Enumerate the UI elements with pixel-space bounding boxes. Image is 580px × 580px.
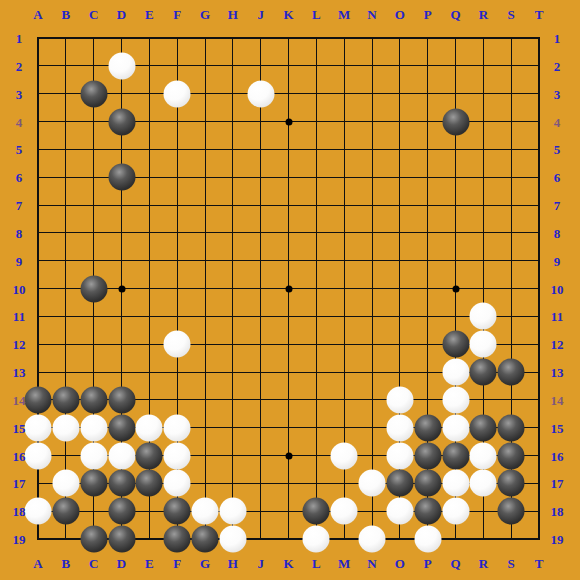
white-stone-A15[interactable] <box>25 414 52 441</box>
column-label-bottom-G: G <box>200 557 210 570</box>
black-stone-S17[interactable] <box>498 470 525 497</box>
row-label-left-2: 2 <box>16 59 23 72</box>
black-stone-C10[interactable] <box>80 275 107 302</box>
row-label-left-16: 16 <box>13 449 26 462</box>
white-stone-L19[interactable] <box>303 526 330 553</box>
column-label-bottom-H: H <box>228 557 238 570</box>
black-stone-E17[interactable] <box>136 470 163 497</box>
white-stone-B15[interactable] <box>52 414 79 441</box>
black-stone-F19[interactable] <box>164 526 191 553</box>
white-stone-Q13[interactable] <box>442 359 469 386</box>
row-label-right-5: 5 <box>554 143 561 156</box>
black-stone-C3[interactable] <box>80 80 107 107</box>
white-stone-F12[interactable] <box>164 331 191 358</box>
black-stone-D14[interactable] <box>108 386 135 413</box>
column-label-top-L: L <box>312 8 321 21</box>
black-stone-S16[interactable] <box>498 442 525 469</box>
column-label-bottom-T: T <box>535 557 544 570</box>
column-label-bottom-P: P <box>424 557 432 570</box>
column-label-bottom-L: L <box>312 557 321 570</box>
black-stone-Q4[interactable] <box>442 108 469 135</box>
grid-line-horizontal <box>37 316 540 317</box>
row-label-right-2: 2 <box>554 59 561 72</box>
row-label-left-13: 13 <box>13 366 26 379</box>
white-stone-R16[interactable] <box>470 442 497 469</box>
row-label-left-5: 5 <box>16 143 23 156</box>
column-label-top-G: G <box>200 8 210 21</box>
white-stone-A16[interactable] <box>25 442 52 469</box>
white-stone-O16[interactable] <box>386 442 413 469</box>
column-label-bottom-R: R <box>479 557 488 570</box>
column-label-bottom-M: M <box>338 557 350 570</box>
row-label-right-16: 16 <box>551 449 564 462</box>
row-label-right-12: 12 <box>551 338 564 351</box>
white-stone-R12[interactable] <box>470 331 497 358</box>
column-label-top-H: H <box>228 8 238 21</box>
black-stone-L18[interactable] <box>303 498 330 525</box>
star-point-Q10 <box>452 285 459 292</box>
star-point-D10 <box>118 285 125 292</box>
column-label-top-S: S <box>508 8 515 21</box>
row-label-right-11: 11 <box>551 310 563 323</box>
column-label-top-D: D <box>117 8 126 21</box>
white-stone-M18[interactable] <box>331 498 358 525</box>
black-stone-P16[interactable] <box>414 442 441 469</box>
row-label-left-9: 9 <box>16 254 23 267</box>
white-stone-N19[interactable] <box>359 526 386 553</box>
black-stone-P18[interactable] <box>414 498 441 525</box>
white-stone-D16[interactable] <box>108 442 135 469</box>
row-label-right-8: 8 <box>554 226 561 239</box>
black-stone-P17[interactable] <box>414 470 441 497</box>
row-label-right-4: 4 <box>554 115 561 128</box>
white-stone-M16[interactable] <box>331 442 358 469</box>
row-label-left-11: 11 <box>13 310 25 323</box>
black-stone-S18[interactable] <box>498 498 525 525</box>
black-stone-P15[interactable] <box>414 414 441 441</box>
black-stone-F18[interactable] <box>164 498 191 525</box>
column-label-bottom-E: E <box>145 557 154 570</box>
row-label-right-3: 3 <box>554 87 561 100</box>
row-label-left-10: 10 <box>13 282 26 295</box>
column-label-bottom-O: O <box>395 557 405 570</box>
row-label-left-7: 7 <box>16 199 23 212</box>
black-stone-E16[interactable] <box>136 442 163 469</box>
row-label-right-1: 1 <box>554 32 561 45</box>
white-stone-D2[interactable] <box>108 52 135 79</box>
grid-line-vertical <box>538 37 540 540</box>
column-label-top-T: T <box>535 8 544 21</box>
column-label-bottom-K: K <box>283 557 293 570</box>
column-label-bottom-Q: Q <box>450 557 460 570</box>
row-label-right-15: 15 <box>551 421 564 434</box>
column-label-top-N: N <box>367 8 376 21</box>
black-stone-B14[interactable] <box>52 386 79 413</box>
white-stone-C16[interactable] <box>80 442 107 469</box>
white-stone-F17[interactable] <box>164 470 191 497</box>
black-stone-C19[interactable] <box>80 526 107 553</box>
white-stone-O14[interactable] <box>386 386 413 413</box>
column-label-top-E: E <box>145 8 154 21</box>
white-stone-Q17[interactable] <box>442 470 469 497</box>
white-stone-P19[interactable] <box>414 526 441 553</box>
black-stone-C17[interactable] <box>80 470 107 497</box>
row-label-left-19: 19 <box>13 533 26 546</box>
black-stone-G19[interactable] <box>192 526 219 553</box>
star-point-K4 <box>285 118 292 125</box>
row-label-left-8: 8 <box>16 226 23 239</box>
black-stone-B18[interactable] <box>52 498 79 525</box>
row-label-right-9: 9 <box>554 254 561 267</box>
column-label-bottom-D: D <box>117 557 126 570</box>
black-stone-Q16[interactable] <box>442 442 469 469</box>
row-label-right-7: 7 <box>554 199 561 212</box>
black-stone-D4[interactable] <box>108 108 135 135</box>
black-stone-D6[interactable] <box>108 164 135 191</box>
white-stone-Q18[interactable] <box>442 498 469 525</box>
black-stone-D18[interactable] <box>108 498 135 525</box>
black-stone-R15[interactable] <box>470 414 497 441</box>
column-label-top-F: F <box>173 8 181 21</box>
column-label-bottom-S: S <box>508 557 515 570</box>
white-stone-G18[interactable] <box>192 498 219 525</box>
column-label-top-M: M <box>338 8 350 21</box>
column-label-bottom-N: N <box>367 557 376 570</box>
row-label-right-14: 14 <box>551 393 564 406</box>
row-label-left-14: 14 <box>13 393 26 406</box>
column-label-top-A: A <box>33 8 42 21</box>
star-point-K16 <box>285 452 292 459</box>
row-label-left-4: 4 <box>16 115 23 128</box>
row-label-right-19: 19 <box>551 533 564 546</box>
white-stone-R17[interactable] <box>470 470 497 497</box>
row-label-left-15: 15 <box>13 421 26 434</box>
white-stone-F15[interactable] <box>164 414 191 441</box>
black-stone-D19[interactable] <box>108 526 135 553</box>
white-stone-F3[interactable] <box>164 80 191 107</box>
row-label-left-6: 6 <box>16 171 23 184</box>
column-label-bottom-F: F <box>173 557 181 570</box>
star-point-K10 <box>285 285 292 292</box>
row-label-right-13: 13 <box>551 366 564 379</box>
row-label-left-12: 12 <box>13 338 26 351</box>
black-stone-R13[interactable] <box>470 359 497 386</box>
go-board[interactable]: ABCDEFGHJKLMNOPQRST ABCDEFGHJKLMNOPQRST … <box>0 0 580 580</box>
white-stone-O18[interactable] <box>386 498 413 525</box>
white-stone-H18[interactable] <box>219 498 246 525</box>
white-stone-A18[interactable] <box>25 498 52 525</box>
white-stone-J3[interactable] <box>247 80 274 107</box>
white-stone-C15[interactable] <box>80 414 107 441</box>
row-label-right-18: 18 <box>551 505 564 518</box>
white-stone-E15[interactable] <box>136 414 163 441</box>
black-stone-A14[interactable] <box>25 386 52 413</box>
row-label-right-17: 17 <box>551 477 564 490</box>
row-label-right-6: 6 <box>554 171 561 184</box>
column-label-bottom-J: J <box>257 557 264 570</box>
black-stone-D15[interactable] <box>108 414 135 441</box>
row-label-right-10: 10 <box>551 282 564 295</box>
row-label-left-3: 3 <box>16 87 23 100</box>
grid-line-vertical <box>316 37 317 540</box>
row-label-left-17: 17 <box>13 477 26 490</box>
column-label-bottom-C: C <box>89 557 98 570</box>
column-label-top-C: C <box>89 8 98 21</box>
column-label-top-K: K <box>283 8 293 21</box>
row-label-left-1: 1 <box>16 32 23 45</box>
column-label-top-O: O <box>395 8 405 21</box>
column-label-top-R: R <box>479 8 488 21</box>
white-stone-O15[interactable] <box>386 414 413 441</box>
column-label-top-P: P <box>424 8 432 21</box>
black-stone-O17[interactable] <box>386 470 413 497</box>
white-stone-H19[interactable] <box>219 526 246 553</box>
grid-line-vertical <box>372 37 373 540</box>
black-stone-D17[interactable] <box>108 470 135 497</box>
column-label-bottom-B: B <box>61 557 70 570</box>
column-label-top-J: J <box>257 8 264 21</box>
black-stone-Q12[interactable] <box>442 331 469 358</box>
black-stone-S13[interactable] <box>498 359 525 386</box>
column-label-top-B: B <box>61 8 70 21</box>
white-stone-N17[interactable] <box>359 470 386 497</box>
column-label-bottom-A: A <box>33 557 42 570</box>
white-stone-Q15[interactable] <box>442 414 469 441</box>
column-label-top-Q: Q <box>450 8 460 21</box>
white-stone-B17[interactable] <box>52 470 79 497</box>
black-stone-C14[interactable] <box>80 386 107 413</box>
row-label-left-18: 18 <box>13 505 26 518</box>
white-stone-Q14[interactable] <box>442 386 469 413</box>
white-stone-R11[interactable] <box>470 303 497 330</box>
white-stone-F16[interactable] <box>164 442 191 469</box>
black-stone-S15[interactable] <box>498 414 525 441</box>
